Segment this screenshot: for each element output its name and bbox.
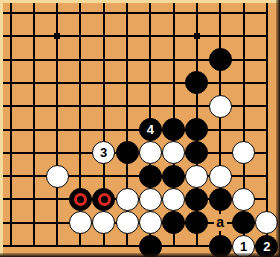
black-stone[interactable]: [185, 118, 208, 141]
black-stone[interactable]: [162, 165, 185, 188]
white-stone[interactable]: [139, 211, 162, 234]
black-stone[interactable]: [116, 141, 139, 164]
go-board[interactable]: 43a12: [0, 0, 280, 257]
white-stone[interactable]: 3: [92, 141, 115, 164]
white-stone[interactable]: [232, 188, 255, 211]
board-shadow-right: [276, 0, 280, 257]
go-diagram: 43a12: [0, 0, 280, 257]
star-point: [194, 33, 200, 39]
grid-hline: [2, 129, 268, 131]
white-stone[interactable]: [185, 165, 208, 188]
star-point: [54, 33, 60, 39]
black-stone[interactable]: [185, 188, 208, 211]
grid-hline: [2, 12, 268, 14]
white-stone[interactable]: [92, 211, 115, 234]
black-stone[interactable]: 4: [139, 118, 162, 141]
grid-hline: [2, 82, 268, 84]
white-stone[interactable]: [232, 141, 255, 164]
white-stone[interactable]: [255, 211, 278, 234]
red-circle-mark: [74, 193, 87, 206]
white-stone[interactable]: [209, 165, 232, 188]
grid-vline: [33, 2, 35, 247]
board-border-left: [0, 0, 3, 257]
black-stone[interactable]: [185, 71, 208, 94]
white-stone[interactable]: [46, 165, 69, 188]
red-circle-mark: [98, 193, 111, 206]
white-stone[interactable]: [162, 188, 185, 211]
white-stone[interactable]: [209, 95, 232, 118]
white-stone[interactable]: [139, 141, 162, 164]
stone-move-label: 4: [140, 119, 161, 140]
white-stone[interactable]: [162, 141, 185, 164]
black-stone[interactable]: [232, 211, 255, 234]
black-stone[interactable]: [92, 188, 115, 211]
grid-hline: [2, 35, 268, 37]
board-shadow-bottom: [0, 253, 280, 257]
black-stone[interactable]: [185, 141, 208, 164]
board-border-top: [0, 0, 280, 3]
black-stone[interactable]: [139, 165, 162, 188]
black-stone[interactable]: [162, 118, 185, 141]
white-stone[interactable]: [69, 211, 92, 234]
black-stone[interactable]: [185, 211, 208, 234]
stone-move-label: 3: [93, 142, 114, 163]
white-stone[interactable]: [139, 188, 162, 211]
white-stone[interactable]: [116, 211, 139, 234]
black-stone[interactable]: [162, 211, 185, 234]
black-stone[interactable]: [69, 188, 92, 211]
white-stone[interactable]: [116, 188, 139, 211]
point-label-a[interactable]: a: [214, 214, 227, 231]
black-stone[interactable]: [209, 188, 232, 211]
grid-vline: [10, 2, 12, 247]
black-stone[interactable]: [209, 48, 232, 71]
